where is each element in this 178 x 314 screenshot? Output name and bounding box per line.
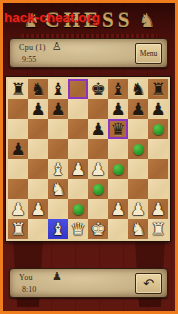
you-clock: 8:10 (22, 285, 36, 294)
square-c4[interactable]: ♝ (48, 159, 68, 179)
piece-black-king: ♚ (88, 79, 108, 99)
piece-white-knight: ♞ (128, 219, 148, 239)
piece-black-knight: ♞ (28, 79, 48, 99)
piece-white-pawn: ♟ (68, 159, 88, 179)
square-f5[interactable] (108, 139, 128, 159)
piece-black-pawn: ♟ (148, 99, 168, 119)
cpu-clock: 9:55 (22, 55, 36, 64)
square-f6[interactable]: ♛ (108, 119, 128, 139)
chess-app-screen: ♞ CHESS ♞ hack-cheat.org Cpu (1) ♙ 9:55 … (0, 0, 178, 314)
you-player-bar: You ♟ 8:10 ↶ (9, 268, 168, 298)
piece-black-rook: ♜ (148, 79, 168, 99)
square-b7[interactable]: ♟ (28, 99, 48, 119)
piece-black-pawn: ♟ (128, 99, 148, 119)
square-a3[interactable] (8, 179, 28, 199)
menu-button[interactable]: Menu (135, 43, 162, 64)
legal-move-dot[interactable] (133, 144, 144, 155)
square-h6[interactable] (148, 119, 168, 139)
knight-emblem-right-icon: ♞ (138, 11, 155, 30)
legal-move-dot[interactable] (153, 124, 164, 135)
cpu-player-bar: Cpu (1) ♙ 9:55 Menu (9, 38, 168, 68)
square-c3[interactable]: ♞ (48, 179, 68, 199)
piece-white-knight: ♞ (48, 179, 68, 199)
square-d7[interactable] (68, 99, 88, 119)
square-b4[interactable] (28, 159, 48, 179)
piece-white-rook: ♜ (148, 219, 168, 239)
piece-black-pawn: ♟ (28, 99, 48, 119)
square-h1[interactable]: ♜ (148, 219, 168, 239)
piece-white-pawn: ♟ (128, 199, 148, 219)
cpu-player-name: Cpu (1) (19, 43, 46, 52)
square-e2[interactable] (88, 199, 108, 219)
square-h5[interactable] (148, 139, 168, 159)
square-g3[interactable] (128, 179, 148, 199)
square-a1[interactable]: ♜ (8, 219, 28, 239)
square-h3[interactable] (148, 179, 168, 199)
piece-black-rook: ♜ (8, 79, 28, 99)
legal-move-dot[interactable] (93, 184, 104, 195)
square-e1[interactable]: ♚ (88, 219, 108, 239)
square-h2[interactable]: ♟ (148, 199, 168, 219)
menu-button-label: Menu (140, 49, 158, 58)
square-b5[interactable] (28, 139, 48, 159)
piece-white-queen: ♛ (68, 219, 88, 239)
legal-move-dot[interactable] (113, 164, 124, 175)
square-f1[interactable] (108, 219, 128, 239)
piece-black-pawn: ♟ (88, 119, 108, 139)
square-f4[interactable] (108, 159, 128, 179)
square-b3[interactable] (28, 179, 48, 199)
piece-white-bishop: ♝ (48, 159, 68, 179)
you-pawn-icon: ♟ (52, 271, 62, 282)
cpu-pawn-icon: ♙ (52, 41, 62, 52)
undo-button[interactable]: ↶ (135, 273, 162, 294)
square-h7[interactable]: ♟ (148, 99, 168, 119)
piece-black-bishop: ♝ (48, 79, 68, 99)
square-a2[interactable]: ♟ (8, 199, 28, 219)
square-d1[interactable]: ♛ (68, 219, 88, 239)
board-frame: ♜♞♝♚♝♞♜♟♟♟♟♟♟♛♟♝♟♟♞♟♟♟♟♟♜♝♛♚♞♜ (6, 77, 170, 241)
square-c8[interactable]: ♝ (48, 79, 68, 99)
square-e8[interactable]: ♚ (88, 79, 108, 99)
square-h8[interactable]: ♜ (148, 79, 168, 99)
piece-white-pawn: ♟ (108, 199, 128, 219)
you-player-name: You (19, 273, 33, 282)
square-f8[interactable]: ♝ (108, 79, 128, 99)
square-f3[interactable] (108, 179, 128, 199)
square-d3[interactable] (68, 179, 88, 199)
watermark-text: hack-cheat.org (4, 10, 100, 25)
square-e7[interactable] (88, 99, 108, 119)
piece-black-knight: ♞ (128, 79, 148, 99)
square-a5[interactable]: ♟ (8, 139, 28, 159)
square-f7[interactable]: ♟ (108, 99, 128, 119)
square-g7[interactable]: ♟ (128, 99, 148, 119)
square-g2[interactable]: ♟ (128, 199, 148, 219)
piece-white-pawn: ♟ (88, 159, 108, 179)
piece-black-bishop: ♝ (108, 79, 128, 99)
square-d4[interactable]: ♟ (68, 159, 88, 179)
piece-black-pawn: ♟ (48, 99, 68, 119)
piece-black-queen: ♛ (108, 119, 128, 139)
square-g6[interactable] (128, 119, 148, 139)
square-b8[interactable]: ♞ (28, 79, 48, 99)
square-c1[interactable]: ♝ (48, 219, 68, 239)
piece-black-pawn: ♟ (108, 99, 128, 119)
square-a6[interactable] (8, 119, 28, 139)
square-b1[interactable] (28, 219, 48, 239)
square-g5[interactable] (128, 139, 148, 159)
square-e3[interactable] (88, 179, 108, 199)
square-d5[interactable] (68, 139, 88, 159)
square-d2[interactable] (68, 199, 88, 219)
square-e6[interactable]: ♟ (88, 119, 108, 139)
piece-black-pawn: ♟ (8, 139, 28, 159)
square-b2[interactable]: ♟ (28, 199, 48, 219)
square-e5[interactable] (88, 139, 108, 159)
piece-white-rook: ♜ (8, 219, 28, 239)
square-b6[interactable] (28, 119, 48, 139)
square-d8[interactable] (68, 79, 88, 99)
piece-white-pawn: ♟ (8, 199, 28, 219)
square-g8[interactable]: ♞ (128, 79, 148, 99)
square-c7[interactable]: ♟ (48, 99, 68, 119)
square-c6[interactable] (48, 119, 68, 139)
piece-white-pawn: ♟ (148, 199, 168, 219)
square-a8[interactable]: ♜ (8, 79, 28, 99)
square-a7[interactable] (8, 99, 28, 119)
legal-move-dot[interactable] (73, 204, 84, 215)
chess-board: ♜♞♝♚♝♞♜♟♟♟♟♟♟♛♟♝♟♟♞♟♟♟♟♟♜♝♛♚♞♜ (8, 79, 168, 239)
square-h4[interactable] (148, 159, 168, 179)
square-a4[interactable] (8, 159, 28, 179)
square-d6[interactable] (68, 119, 88, 139)
square-f2[interactable]: ♟ (108, 199, 128, 219)
square-e4[interactable]: ♟ (88, 159, 108, 179)
piece-white-king: ♚ (88, 219, 108, 239)
square-c2[interactable] (48, 199, 68, 219)
piece-white-bishop: ♝ (48, 219, 68, 239)
undo-icon: ↶ (143, 277, 154, 290)
square-g1[interactable]: ♞ (128, 219, 148, 239)
square-c5[interactable] (48, 139, 68, 159)
square-g4[interactable] (128, 159, 148, 179)
piece-white-pawn: ♟ (28, 199, 48, 219)
